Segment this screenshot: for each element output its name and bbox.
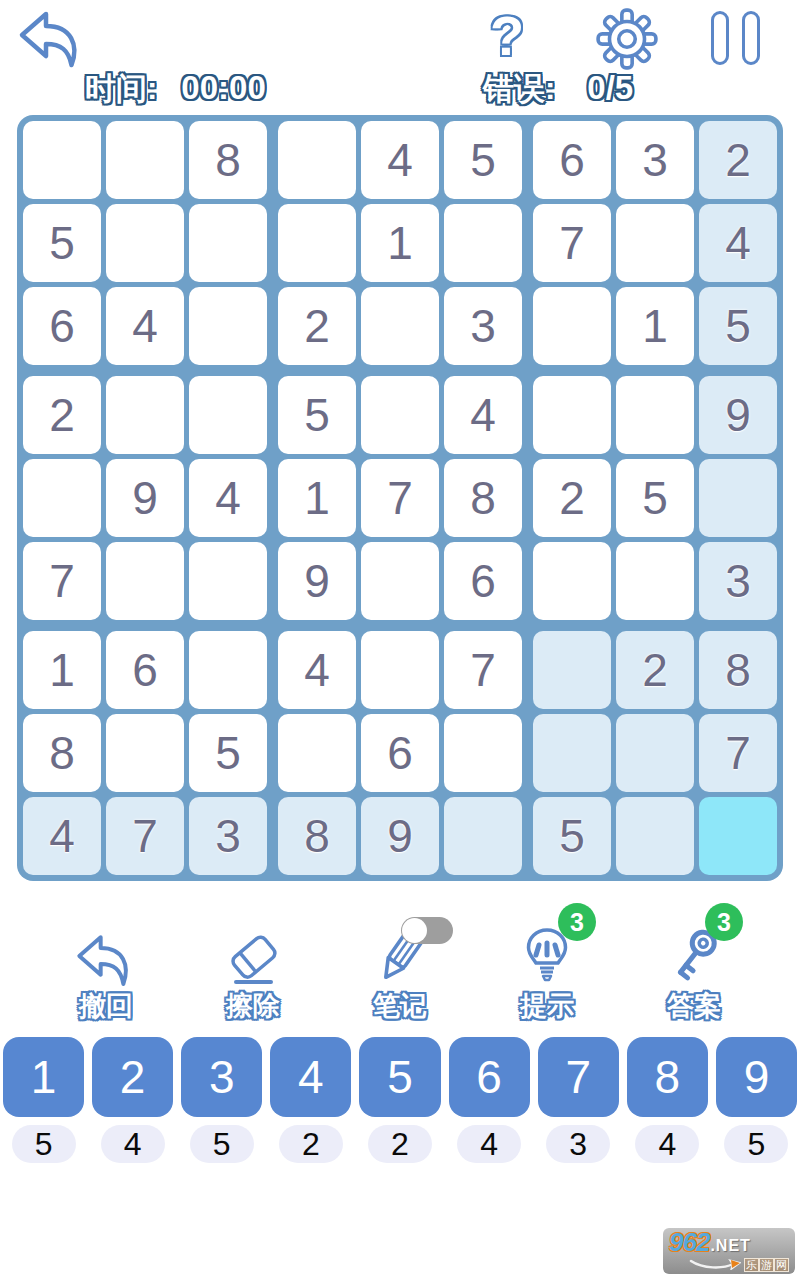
numpad-count-2: 4 xyxy=(101,1125,165,1163)
cell-r2c7[interactable]: 7 xyxy=(533,204,611,282)
watermark-name-char: 游 xyxy=(759,1258,774,1272)
eraser-icon xyxy=(221,926,285,990)
cell-r6c9[interactable]: 3 xyxy=(699,542,777,620)
cell-r1c4[interactable] xyxy=(278,121,356,199)
cell-r5c7[interactable]: 2 xyxy=(533,459,611,537)
cell-r1c7[interactable]: 6 xyxy=(533,121,611,199)
box-9: 2875 xyxy=(533,631,777,875)
numpad-count-5: 2 xyxy=(368,1125,432,1163)
errors-display: 错误: 0/5 xyxy=(483,68,633,110)
cell-r5c4[interactable]: 1 xyxy=(278,459,356,537)
numpad-button-3[interactable]: 3 xyxy=(181,1037,262,1117)
back-button[interactable] xyxy=(12,8,92,68)
box-7: 1685473 xyxy=(23,631,267,875)
cell-r3c1[interactable]: 6 xyxy=(23,287,101,365)
box-6: 9253 xyxy=(533,376,777,620)
errors-label: 错误: xyxy=(483,68,555,110)
numpad-col-2: 24 xyxy=(92,1037,173,1163)
hint-label: 提示 xyxy=(520,991,574,1021)
cell-r4c7[interactable] xyxy=(533,376,611,454)
cell-r7c1[interactable]: 1 xyxy=(23,631,101,709)
cell-r6c3[interactable] xyxy=(189,542,267,620)
cell-r4c8[interactable] xyxy=(616,376,694,454)
cell-r1c6[interactable]: 5 xyxy=(444,121,522,199)
toolbar: 撤回 擦除 xyxy=(35,903,765,1021)
cell-r8c9[interactable]: 7 xyxy=(699,714,777,792)
numpad-col-8: 84 xyxy=(627,1037,708,1163)
numpad-col-7: 73 xyxy=(538,1037,619,1163)
box-2: 45123 xyxy=(278,121,522,365)
cell-r4c2[interactable] xyxy=(106,376,184,454)
cell-r2c3[interactable] xyxy=(189,204,267,282)
cell-r3c2[interactable]: 4 xyxy=(106,287,184,365)
cell-r5c3[interactable]: 4 xyxy=(189,459,267,537)
numpad-count-1: 5 xyxy=(12,1125,76,1163)
box-5: 5417896 xyxy=(278,376,522,620)
watermark-logo: 962 .NET xyxy=(669,1229,789,1255)
numpad-col-9: 95 xyxy=(716,1037,797,1163)
cell-r1c2[interactable] xyxy=(106,121,184,199)
pause-button[interactable] xyxy=(711,11,777,71)
numpad-count-9: 5 xyxy=(724,1125,788,1163)
numpad-button-9[interactable]: 9 xyxy=(716,1037,797,1117)
numpad-col-1: 15 xyxy=(3,1037,84,1163)
watermark-name-char: 乐 xyxy=(744,1258,759,1272)
answer-badge: 3 xyxy=(705,903,743,941)
swoosh-arrow-icon xyxy=(689,1258,741,1270)
numpad-button-4[interactable]: 4 xyxy=(270,1037,351,1117)
cell-r1c5[interactable]: 4 xyxy=(361,121,439,199)
cell-r7c8[interactable]: 2 xyxy=(616,631,694,709)
numpad-button-6[interactable]: 6 xyxy=(449,1037,530,1117)
watermark: 962 .NET 乐游网 xyxy=(663,1228,795,1274)
watermark-sub: 乐游网 xyxy=(669,1255,789,1273)
cell-r3c7[interactable] xyxy=(533,287,611,365)
time-label: 时间: xyxy=(85,68,157,110)
cell-r6c2[interactable] xyxy=(106,542,184,620)
cell-r2c8[interactable] xyxy=(616,204,694,282)
cell-r3c5[interactable] xyxy=(361,287,439,365)
sudoku-board: 8564451236327415294754178969253168547347… xyxy=(17,115,783,881)
cell-r2c5[interactable]: 1 xyxy=(361,204,439,282)
watermark-net: .NET xyxy=(710,1238,750,1254)
answer-label: 答案 xyxy=(667,991,721,1021)
numpad-button-5[interactable]: 5 xyxy=(359,1037,440,1117)
errors-value: 0/5 xyxy=(587,69,633,107)
cell-r6c6[interactable]: 6 xyxy=(444,542,522,620)
cell-r5c2[interactable]: 9 xyxy=(106,459,184,537)
erase-label: 擦除 xyxy=(226,991,280,1021)
cell-r5c8[interactable]: 5 xyxy=(616,459,694,537)
box-8: 47689 xyxy=(278,631,522,875)
notes-label: 笔记 xyxy=(373,991,427,1021)
cell-r3c4[interactable]: 2 xyxy=(278,287,356,365)
notes-toggle[interactable] xyxy=(401,917,453,944)
cell-r5c6[interactable]: 8 xyxy=(444,459,522,537)
cell-r8c4[interactable] xyxy=(278,714,356,792)
toggle-knob xyxy=(402,918,427,943)
pause-icon xyxy=(742,11,760,65)
cell-r2c9[interactable]: 4 xyxy=(699,204,777,282)
box-3: 6327415 xyxy=(533,121,777,365)
cell-r9c5[interactable]: 9 xyxy=(361,797,439,875)
cell-r7c9[interactable]: 8 xyxy=(699,631,777,709)
undo-button[interactable]: 撤回 xyxy=(35,903,177,1021)
cell-r1c9[interactable]: 2 xyxy=(699,121,777,199)
cell-r1c1[interactable] xyxy=(23,121,101,199)
cell-r3c3[interactable] xyxy=(189,287,267,365)
cell-r7c3[interactable] xyxy=(189,631,267,709)
cell-r4c1[interactable]: 2 xyxy=(23,376,101,454)
cell-r9c6[interactable] xyxy=(444,797,522,875)
cell-r8c6[interactable] xyxy=(444,714,522,792)
cell-r1c8[interactable]: 3 xyxy=(616,121,694,199)
cell-r9c3[interactable]: 3 xyxy=(189,797,267,875)
cell-r3c6[interactable]: 3 xyxy=(444,287,522,365)
numpad-count-7: 3 xyxy=(546,1125,610,1163)
cell-r4c5[interactable] xyxy=(361,376,439,454)
time-display: 时间: 00:00 xyxy=(85,68,266,110)
undo-icon xyxy=(74,930,138,990)
cell-r4c3[interactable] xyxy=(189,376,267,454)
numpad-button-8[interactable]: 8 xyxy=(627,1037,708,1117)
cell-r9c4[interactable]: 8 xyxy=(278,797,356,875)
hint-badge: 3 xyxy=(558,903,596,941)
numpad-count-8: 4 xyxy=(635,1125,699,1163)
cell-r6c8[interactable] xyxy=(616,542,694,620)
cell-r4c4[interactable]: 5 xyxy=(278,376,356,454)
numpad-button-1[interactable]: 1 xyxy=(3,1037,84,1117)
cell-r8c7[interactable] xyxy=(533,714,611,792)
watermark-name-char: 网 xyxy=(774,1258,789,1272)
watermark-name: 乐游网 xyxy=(744,1255,789,1273)
cell-r8c8[interactable] xyxy=(616,714,694,792)
cell-r2c1[interactable]: 5 xyxy=(23,204,101,282)
box-1: 8564 xyxy=(23,121,267,365)
cell-r7c2[interactable]: 6 xyxy=(106,631,184,709)
time-value: 00:00 xyxy=(181,69,265,107)
cell-r8c3[interactable]: 5 xyxy=(189,714,267,792)
cell-r6c5[interactable] xyxy=(361,542,439,620)
cell-r6c4[interactable]: 9 xyxy=(278,542,356,620)
cell-r2c4[interactable] xyxy=(278,204,356,282)
cell-r8c2[interactable] xyxy=(106,714,184,792)
cell-r5c5[interactable]: 7 xyxy=(361,459,439,537)
numpad-button-7[interactable]: 7 xyxy=(538,1037,619,1117)
hint-button[interactable]: 3 提示 xyxy=(476,903,618,1021)
erase-button[interactable]: 擦除 xyxy=(182,903,324,1021)
cell-r6c7[interactable] xyxy=(533,542,611,620)
cell-r3c9[interactable]: 5 xyxy=(699,287,777,365)
cell-r8c1[interactable]: 8 xyxy=(23,714,101,792)
numpad-col-6: 64 xyxy=(449,1037,530,1163)
cell-r3c8[interactable]: 1 xyxy=(616,287,694,365)
numpad-col-3: 35 xyxy=(181,1037,262,1163)
pause-icon xyxy=(711,11,729,65)
cell-r9c9[interactable] xyxy=(699,797,777,875)
numpad-col-5: 52 xyxy=(359,1037,440,1163)
cell-r2c2[interactable] xyxy=(106,204,184,282)
cell-r5c1[interactable] xyxy=(23,459,101,537)
cell-r4c9[interactable]: 9 xyxy=(699,376,777,454)
cell-r6c1[interactable]: 7 xyxy=(23,542,101,620)
cell-r1c3[interactable]: 8 xyxy=(189,121,267,199)
question-mark-icon: ? xyxy=(490,4,524,67)
cell-r9c7[interactable]: 5 xyxy=(533,797,611,875)
cell-r9c8[interactable] xyxy=(616,797,694,875)
cell-r5c9[interactable] xyxy=(699,459,777,537)
watermark-962: 962 xyxy=(669,1229,709,1255)
undo-label: 撤回 xyxy=(79,991,133,1021)
numpad-count-4: 2 xyxy=(279,1125,343,1163)
numpad-count-6: 4 xyxy=(457,1125,521,1163)
cell-r4c6[interactable]: 4 xyxy=(444,376,522,454)
numpad-button-2[interactable]: 2 xyxy=(92,1037,173,1117)
box-4: 2947 xyxy=(23,376,267,620)
settings-button[interactable] xyxy=(594,6,660,72)
cell-r9c2[interactable]: 7 xyxy=(106,797,184,875)
help-button[interactable]: ? xyxy=(476,2,538,70)
answer-button[interactable]: 3 答案 xyxy=(623,903,765,1021)
cell-r2c6[interactable] xyxy=(444,204,522,282)
cell-r7c5[interactable] xyxy=(361,631,439,709)
gear-icon xyxy=(594,6,660,72)
cell-r7c7[interactable] xyxy=(533,631,611,709)
cell-r7c4[interactable]: 4 xyxy=(278,631,356,709)
numpad-col-4: 42 xyxy=(270,1037,351,1163)
numpad: 152435425264738495 xyxy=(3,1037,797,1163)
back-arrow-icon xyxy=(12,8,92,68)
cell-r9c1[interactable]: 4 xyxy=(23,797,101,875)
notes-button[interactable]: 笔记 xyxy=(329,903,471,1021)
cell-r7c6[interactable]: 7 xyxy=(444,631,522,709)
cell-r8c5[interactable]: 6 xyxy=(361,714,439,792)
numpad-count-3: 5 xyxy=(190,1125,254,1163)
